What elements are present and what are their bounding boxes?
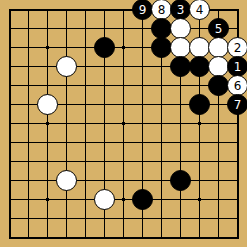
black-stone: 9 [132, 0, 153, 20]
black-stone: 3 [170, 0, 191, 20]
intersection[interactable] [209, 171, 228, 190]
intersection[interactable] [228, 190, 247, 209]
intersection[interactable] [76, 209, 95, 228]
intersection[interactable] [95, 57, 114, 76]
black-stone [94, 37, 115, 58]
intersection[interactable] [38, 114, 57, 133]
intersection[interactable] [190, 209, 209, 228]
intersection[interactable] [133, 57, 152, 76]
intersection[interactable] [19, 114, 38, 133]
intersection[interactable] [57, 38, 76, 57]
intersection[interactable] [228, 209, 247, 228]
intersection[interactable] [152, 76, 171, 95]
intersection[interactable] [228, 133, 247, 152]
intersection[interactable] [38, 228, 57, 247]
intersection[interactable] [171, 114, 190, 133]
intersection[interactable] [152, 171, 171, 190]
intersection[interactable] [76, 19, 95, 38]
intersection[interactable] [57, 152, 76, 171]
intersection[interactable] [133, 114, 152, 133]
intersection[interactable] [0, 171, 19, 190]
intersection[interactable] [0, 152, 19, 171]
intersection[interactable] [57, 95, 76, 114]
intersection[interactable] [171, 19, 190, 38]
black-stone [132, 189, 153, 210]
intersection[interactable] [152, 57, 171, 76]
intersection[interactable] [133, 209, 152, 228]
intersection[interactable] [0, 57, 19, 76]
intersection[interactable] [171, 133, 190, 152]
intersection[interactable] [0, 209, 19, 228]
intersection[interactable] [228, 114, 247, 133]
black-stone [189, 94, 210, 115]
intersection[interactable] [228, 228, 247, 247]
intersection[interactable] [228, 152, 247, 171]
black-stone [170, 170, 191, 191]
intersection[interactable] [114, 228, 133, 247]
intersection[interactable] [171, 228, 190, 247]
intersection[interactable] [209, 114, 228, 133]
intersection[interactable] [114, 57, 133, 76]
intersection[interactable] [76, 95, 95, 114]
white-stone [56, 56, 77, 77]
intersection[interactable] [95, 152, 114, 171]
intersection[interactable] [152, 114, 171, 133]
intersection[interactable] [0, 228, 19, 247]
intersection[interactable] [57, 171, 76, 190]
intersection[interactable] [95, 38, 114, 57]
intersection[interactable] [133, 133, 152, 152]
intersection[interactable] [190, 171, 209, 190]
intersection[interactable] [95, 0, 114, 19]
intersection[interactable] [190, 38, 209, 57]
intersection[interactable] [0, 19, 19, 38]
black-stone [151, 18, 172, 39]
intersection[interactable] [152, 38, 171, 57]
white-stone: 6 [227, 75, 247, 96]
intersection[interactable] [76, 133, 95, 152]
black-stone: 7 [227, 94, 247, 115]
white-stone: 8 [151, 0, 172, 20]
intersection[interactable] [228, 19, 247, 38]
intersection[interactable]: 1 [228, 57, 247, 76]
intersection[interactable] [133, 38, 152, 57]
white-stone [208, 37, 229, 58]
intersection[interactable] [171, 190, 190, 209]
intersection[interactable] [19, 133, 38, 152]
intersection[interactable] [95, 228, 114, 247]
black-stone [151, 37, 172, 58]
intersection[interactable] [76, 38, 95, 57]
hoshi-dot [46, 122, 49, 125]
intersection[interactable] [57, 114, 76, 133]
intersection[interactable] [190, 95, 209, 114]
intersection[interactable] [76, 57, 95, 76]
black-stone: 1 [227, 56, 247, 77]
white-stone: 2 [227, 37, 247, 58]
white-stone [56, 170, 77, 191]
intersection[interactable] [19, 190, 38, 209]
white-stone [37, 94, 58, 115]
intersection[interactable] [171, 76, 190, 95]
intersection[interactable] [19, 171, 38, 190]
intersection[interactable] [38, 171, 57, 190]
intersection[interactable] [133, 228, 152, 247]
intersection[interactable] [114, 133, 133, 152]
intersection[interactable] [0, 38, 19, 57]
intersection[interactable] [190, 152, 209, 171]
intersection[interactable] [95, 114, 114, 133]
intersection[interactable] [114, 209, 133, 228]
intersection[interactable] [152, 95, 171, 114]
intersection[interactable] [133, 152, 152, 171]
intersection[interactable] [152, 190, 171, 209]
intersection[interactable] [114, 152, 133, 171]
intersection[interactable] [133, 95, 152, 114]
white-stone [189, 37, 210, 58]
intersection[interactable] [228, 171, 247, 190]
black-stone [189, 56, 210, 77]
intersection[interactable] [171, 38, 190, 57]
intersection[interactable] [76, 0, 95, 19]
move-number-label: 2 [234, 42, 242, 54]
intersection[interactable]: 3 [171, 0, 190, 19]
intersection[interactable] [57, 228, 76, 247]
white-stone [94, 189, 115, 210]
intersection[interactable] [38, 19, 57, 38]
black-stone [208, 75, 229, 96]
intersection[interactable] [190, 57, 209, 76]
intersection[interactable] [114, 38, 133, 57]
intersection[interactable] [171, 209, 190, 228]
intersection[interactable] [171, 171, 190, 190]
white-stone [170, 37, 191, 58]
hoshi-dot [122, 198, 125, 201]
intersection[interactable] [38, 38, 57, 57]
intersection[interactable] [114, 190, 133, 209]
intersection[interactable] [19, 95, 38, 114]
white-stone: 4 [189, 0, 210, 20]
intersection[interactable] [57, 209, 76, 228]
intersection[interactable] [209, 190, 228, 209]
intersection[interactable]: 5 [209, 19, 228, 38]
intersection[interactable] [38, 152, 57, 171]
intersection[interactable] [152, 152, 171, 171]
intersection[interactable] [19, 57, 38, 76]
intersection[interactable] [171, 152, 190, 171]
intersection[interactable] [133, 190, 152, 209]
intersection[interactable] [19, 0, 38, 19]
intersection[interactable] [95, 190, 114, 209]
intersection[interactable] [95, 171, 114, 190]
intersection[interactable] [209, 228, 228, 247]
intersection[interactable] [133, 76, 152, 95]
intersection[interactable] [152, 19, 171, 38]
intersection[interactable] [171, 95, 190, 114]
intersection[interactable] [0, 95, 19, 114]
intersection[interactable] [114, 0, 133, 19]
intersection[interactable] [190, 19, 209, 38]
intersection[interactable] [171, 57, 190, 76]
intersection[interactable] [19, 152, 38, 171]
intersection[interactable] [152, 228, 171, 247]
intersection[interactable] [209, 209, 228, 228]
intersection[interactable] [114, 19, 133, 38]
intersection[interactable] [19, 76, 38, 95]
hoshi-dot [46, 198, 49, 201]
hoshi-dot [122, 46, 125, 49]
intersection[interactable] [57, 19, 76, 38]
intersection[interactable] [133, 19, 152, 38]
intersection[interactable] [38, 209, 57, 228]
move-number-label: 4 [196, 4, 204, 16]
intersection[interactable] [19, 38, 38, 57]
intersection[interactable] [76, 171, 95, 190]
move-number-label: 5 [215, 23, 223, 35]
intersection[interactable] [0, 76, 19, 95]
white-stone [208, 56, 229, 77]
intersection[interactable]: 9 [133, 0, 152, 19]
intersection[interactable] [190, 228, 209, 247]
intersection[interactable] [209, 38, 228, 57]
intersection[interactable] [19, 228, 38, 247]
intersection[interactable] [95, 19, 114, 38]
intersection[interactable] [38, 190, 57, 209]
hoshi-dot [122, 122, 125, 125]
intersection[interactable]: 2 [228, 38, 247, 57]
intersection[interactable] [152, 209, 171, 228]
go-board: 983452167 [0, 0, 247, 247]
intersection[interactable] [114, 95, 133, 114]
intersection[interactable] [57, 0, 76, 19]
move-number-label: 6 [234, 80, 242, 92]
white-stone [170, 18, 191, 39]
move-number-label: 3 [177, 4, 185, 16]
hoshi-dot [198, 122, 201, 125]
intersection[interactable] [114, 114, 133, 133]
intersection[interactable]: 4 [190, 0, 209, 19]
intersection[interactable] [76, 228, 95, 247]
intersection[interactable] [19, 19, 38, 38]
intersection[interactable] [209, 0, 228, 19]
intersection[interactable] [38, 133, 57, 152]
intersection[interactable] [190, 114, 209, 133]
intersection[interactable] [114, 171, 133, 190]
intersection[interactable] [190, 190, 209, 209]
intersection[interactable] [76, 114, 95, 133]
intersection[interactable] [19, 209, 38, 228]
intersection[interactable] [57, 57, 76, 76]
move-number-label: 8 [158, 4, 166, 16]
intersection[interactable] [57, 133, 76, 152]
intersection[interactable] [114, 76, 133, 95]
intersection[interactable] [152, 133, 171, 152]
intersection[interactable] [209, 95, 228, 114]
intersection[interactable]: 6 [228, 76, 247, 95]
intersection[interactable]: 8 [152, 0, 171, 19]
intersection[interactable]: 7 [228, 95, 247, 114]
black-stone [170, 56, 191, 77]
intersection[interactable] [95, 209, 114, 228]
black-stone: 5 [208, 18, 229, 39]
move-number-label: 9 [139, 4, 147, 16]
intersection[interactable] [209, 133, 228, 152]
intersection[interactable] [209, 57, 228, 76]
intersection[interactable] [209, 152, 228, 171]
intersection[interactable] [95, 133, 114, 152]
intersection[interactable] [38, 76, 57, 95]
intersection[interactable] [76, 76, 95, 95]
intersection[interactable] [76, 152, 95, 171]
intersection[interactable] [0, 0, 19, 19]
intersection[interactable] [0, 190, 19, 209]
intersection[interactable] [0, 133, 19, 152]
hoshi-dot [198, 198, 201, 201]
intersection[interactable] [209, 76, 228, 95]
intersection[interactable] [57, 76, 76, 95]
intersection[interactable] [95, 95, 114, 114]
intersection[interactable] [133, 171, 152, 190]
intersection[interactable] [0, 114, 19, 133]
intersection[interactable] [38, 95, 57, 114]
intersection[interactable] [38, 57, 57, 76]
intersection[interactable] [95, 76, 114, 95]
move-number-label: 1 [234, 61, 242, 73]
hoshi-dot [46, 46, 49, 49]
intersection[interactable] [190, 76, 209, 95]
intersection[interactable] [190, 133, 209, 152]
intersection[interactable] [38, 0, 57, 19]
intersection[interactable] [228, 0, 247, 19]
intersection[interactable] [76, 190, 95, 209]
move-number-label: 7 [234, 99, 242, 111]
intersection[interactable] [57, 190, 76, 209]
